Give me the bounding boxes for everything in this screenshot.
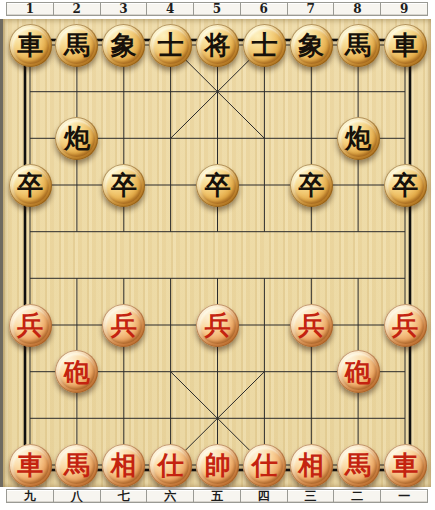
piece-character: 兵 [298, 312, 324, 338]
piece-red-chariot[interactable]: 車 [384, 444, 427, 487]
piece-character: 炮 [345, 125, 371, 151]
piece-red-elephant[interactable]: 相 [102, 444, 145, 487]
piece-character: 仕 [158, 452, 184, 478]
piece-character: 兵 [205, 312, 231, 338]
piece-character: 兵 [17, 312, 43, 338]
piece-character: 帥 [205, 452, 231, 478]
piece-character: 馬 [64, 452, 90, 478]
piece-character: 車 [392, 32, 418, 58]
piece-black-horse[interactable]: 馬 [337, 24, 380, 67]
piece-black-chariot[interactable]: 車 [9, 24, 52, 67]
piece-black-elephant[interactable]: 象 [102, 24, 145, 67]
piece-red-soldier[interactable]: 兵 [384, 304, 427, 347]
piece-red-cannon[interactable]: 砲 [55, 350, 98, 393]
piece-black-general[interactable]: 将 [196, 24, 239, 67]
piece-character: 兵 [111, 312, 137, 338]
file-label: 八 [53, 489, 101, 503]
piece-character: 卒 [205, 172, 231, 198]
piece-red-advisor[interactable]: 仕 [149, 444, 192, 487]
piece-black-soldier[interactable]: 卒 [384, 164, 427, 207]
piece-character: 馬 [345, 32, 371, 58]
piece-character: 卒 [111, 172, 137, 198]
board[interactable]: 車馬象士将士象馬車炮炮卒卒卒卒卒兵兵兵兵兵砲砲車馬相仕帥仕相馬車 [3, 19, 431, 487]
piece-red-advisor[interactable]: 仕 [243, 444, 286, 487]
piece-black-advisor[interactable]: 士 [243, 24, 286, 67]
file-label: 九 [6, 489, 54, 503]
piece-character: 車 [17, 452, 43, 478]
piece-character: 卒 [17, 172, 43, 198]
piece-black-elephant[interactable]: 象 [290, 24, 333, 67]
piece-red-horse[interactable]: 馬 [55, 444, 98, 487]
piece-character: 仕 [251, 452, 277, 478]
file-label: 8 [333, 2, 381, 16]
piece-character: 士 [158, 32, 184, 58]
piece-red-horse[interactable]: 馬 [337, 444, 380, 487]
file-label: 6 [240, 2, 288, 16]
file-label: 5 [193, 2, 241, 16]
piece-red-chariot[interactable]: 車 [9, 444, 52, 487]
piece-character: 象 [111, 32, 137, 58]
file-label: 4 [146, 2, 194, 16]
piece-character: 兵 [392, 312, 418, 338]
bottom-coordinate-strip: 九八七六五四三二一 [6, 489, 428, 503]
top-coordinate-strip: 123456789 [6, 2, 428, 16]
piece-character: 象 [298, 32, 324, 58]
piece-black-cannon[interactable]: 炮 [55, 117, 98, 160]
piece-character: 士 [251, 32, 277, 58]
file-label: 七 [100, 489, 148, 503]
piece-character: 砲 [345, 359, 371, 385]
piece-character: 馬 [345, 452, 371, 478]
piece-black-soldier[interactable]: 卒 [290, 164, 333, 207]
piece-character: 将 [205, 32, 231, 58]
piece-black-cannon[interactable]: 炮 [337, 117, 380, 160]
file-label: 五 [193, 489, 241, 503]
piece-character: 炮 [64, 125, 90, 151]
file-label: 六 [146, 489, 194, 503]
piece-character: 馬 [64, 32, 90, 58]
file-label: 7 [287, 2, 335, 16]
file-label: 四 [240, 489, 288, 503]
xiangqi-app: 123456789 [0, 0, 435, 510]
file-label: 9 [380, 2, 428, 16]
file-label: 二 [333, 489, 381, 503]
piece-character: 卒 [392, 172, 418, 198]
piece-character: 砲 [64, 359, 90, 385]
piece-character: 車 [17, 32, 43, 58]
piece-black-soldier[interactable]: 卒 [102, 164, 145, 207]
piece-red-soldier[interactable]: 兵 [102, 304, 145, 347]
piece-red-general[interactable]: 帥 [196, 444, 239, 487]
piece-character: 車 [392, 452, 418, 478]
piece-black-horse[interactable]: 馬 [55, 24, 98, 67]
piece-red-soldier[interactable]: 兵 [9, 304, 52, 347]
piece-character: 卒 [298, 172, 324, 198]
piece-black-advisor[interactable]: 士 [149, 24, 192, 67]
file-label: 1 [6, 2, 54, 16]
piece-red-cannon[interactable]: 砲 [337, 350, 380, 393]
piece-character: 相 [111, 452, 137, 478]
pieces-layer: 車馬象士将士象馬車炮炮卒卒卒卒卒兵兵兵兵兵砲砲車馬相仕帥仕相馬車 [3, 19, 431, 487]
piece-black-chariot[interactable]: 車 [384, 24, 427, 67]
piece-red-elephant[interactable]: 相 [290, 444, 333, 487]
piece-red-soldier[interactable]: 兵 [290, 304, 333, 347]
file-label: 3 [100, 2, 148, 16]
piece-black-soldier[interactable]: 卒 [196, 164, 239, 207]
file-label: 三 [287, 489, 335, 503]
file-label: 一 [380, 489, 428, 503]
piece-black-soldier[interactable]: 卒 [9, 164, 52, 207]
piece-red-soldier[interactable]: 兵 [196, 304, 239, 347]
piece-character: 相 [298, 452, 324, 478]
file-label: 2 [53, 2, 101, 16]
